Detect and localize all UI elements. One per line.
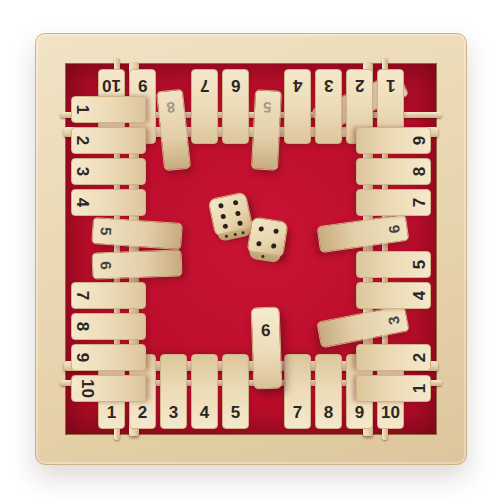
tile-number: 5 (98, 227, 114, 236)
tile-number: 10 (79, 379, 96, 398)
die-pip (235, 210, 241, 216)
tile-number: 2 (355, 77, 364, 94)
tile-number: 1 (107, 404, 116, 421)
tile-number: 2 (74, 136, 91, 145)
tile-number: 7 (74, 291, 91, 300)
die-pip (233, 200, 239, 206)
tile-number: 8 (74, 322, 91, 331)
die-six[interactable] (207, 191, 253, 237)
die-pip (261, 255, 264, 258)
tile-bottom-4[interactable]: 4 (191, 354, 218, 429)
tile-number: 1 (411, 384, 428, 393)
tile-right-1[interactable]: 1 (356, 375, 431, 402)
die-pip (271, 243, 277, 249)
die-pip (237, 220, 243, 226)
tile-number: 2 (411, 353, 428, 362)
tile-number: 5 (411, 260, 428, 269)
tile-left-1[interactable]: 1 (71, 96, 146, 123)
tile-left-3[interactable]: 3 (71, 158, 146, 185)
tile-number: 5 (231, 404, 240, 421)
tile-top-7[interactable]: 7 (191, 69, 218, 144)
tile-number: 7 (200, 77, 209, 94)
shut-the-box-board: 10 9 8 7 6 5 4 3 2 1 1 2 3 4 5 6 7 8 9 1… (35, 33, 467, 465)
tile-number: 6 (99, 261, 114, 270)
tile-left-8[interactable]: 8 (71, 313, 146, 340)
tile-top-5-closed[interactable]: 5 (251, 89, 282, 170)
tile-bottom-5[interactable]: 5 (222, 354, 249, 429)
tile-left-2[interactable]: 2 (71, 127, 146, 154)
tile-number: 5 (263, 100, 272, 115)
die-pip (258, 226, 264, 232)
product-photo-canvas: 10 9 8 7 6 5 4 3 2 1 1 2 3 4 5 6 7 8 9 1… (0, 0, 500, 500)
tile-number: 6 (231, 77, 240, 94)
tile-number: 3 (385, 315, 401, 326)
tile-number: 3 (169, 404, 178, 421)
tile-right-2[interactable]: 2 (356, 344, 431, 371)
tile-number: 10 (102, 77, 121, 94)
tile-right-4[interactable]: 4 (356, 282, 431, 309)
tile-number: 9 (355, 404, 364, 421)
tile-left-6-closed[interactable]: 6 (92, 249, 183, 279)
die-pip (241, 231, 245, 235)
tile-right-7[interactable]: 7 (356, 189, 431, 216)
tile-bottom-8[interactable]: 8 (315, 354, 342, 429)
tile-top-4[interactable]: 4 (284, 69, 311, 144)
tile-number: 6 (386, 224, 402, 234)
tile-right-5[interactable]: 5 (356, 251, 431, 278)
tile-right-9[interactable]: 9 (356, 127, 431, 154)
die-pip (256, 241, 262, 247)
tile-number: 10 (381, 404, 400, 421)
tile-left-9[interactable]: 9 (71, 344, 146, 371)
tile-top-3[interactable]: 3 (315, 69, 342, 144)
die-pip (220, 213, 226, 219)
die-pip (222, 223, 228, 229)
tile-number: 4 (74, 198, 91, 207)
tile-number: 4 (411, 291, 428, 300)
tile-bottom-3[interactable]: 3 (160, 354, 187, 429)
tile-number: 8 (324, 404, 333, 421)
tile-number: 3 (324, 77, 333, 94)
tile-bottom-6-flipping[interactable]: 6 (251, 307, 283, 390)
die-four[interactable] (246, 216, 288, 258)
tile-number: 9 (138, 77, 147, 94)
tile-number: 1 (386, 77, 395, 94)
tile-number: 6 (261, 322, 271, 339)
tile-left-4[interactable]: 4 (71, 189, 146, 216)
tile-number: 7 (293, 404, 302, 421)
tile-bottom-7[interactable]: 7 (284, 354, 311, 429)
tile-left-7[interactable]: 7 (71, 282, 146, 309)
tile-left-10[interactable]: 10 (71, 375, 146, 402)
tile-number: 8 (166, 100, 176, 116)
tile-top-6[interactable]: 6 (222, 69, 249, 144)
die-pip (233, 233, 237, 237)
tile-number: 9 (74, 353, 91, 362)
tile-number: 4 (200, 404, 209, 421)
die-pip (225, 234, 229, 238)
tile-number: 4 (293, 77, 302, 94)
die-pip (218, 203, 224, 209)
die-pip (273, 228, 279, 234)
tile-number: 8 (411, 167, 428, 176)
tile-number: 3 (74, 167, 91, 176)
tile-number: 9 (411, 136, 428, 145)
tile-number: 2 (138, 404, 147, 421)
tile-right-8[interactable]: 8 (356, 158, 431, 185)
tile-number: 7 (411, 198, 428, 207)
tile-number: 1 (74, 105, 91, 114)
